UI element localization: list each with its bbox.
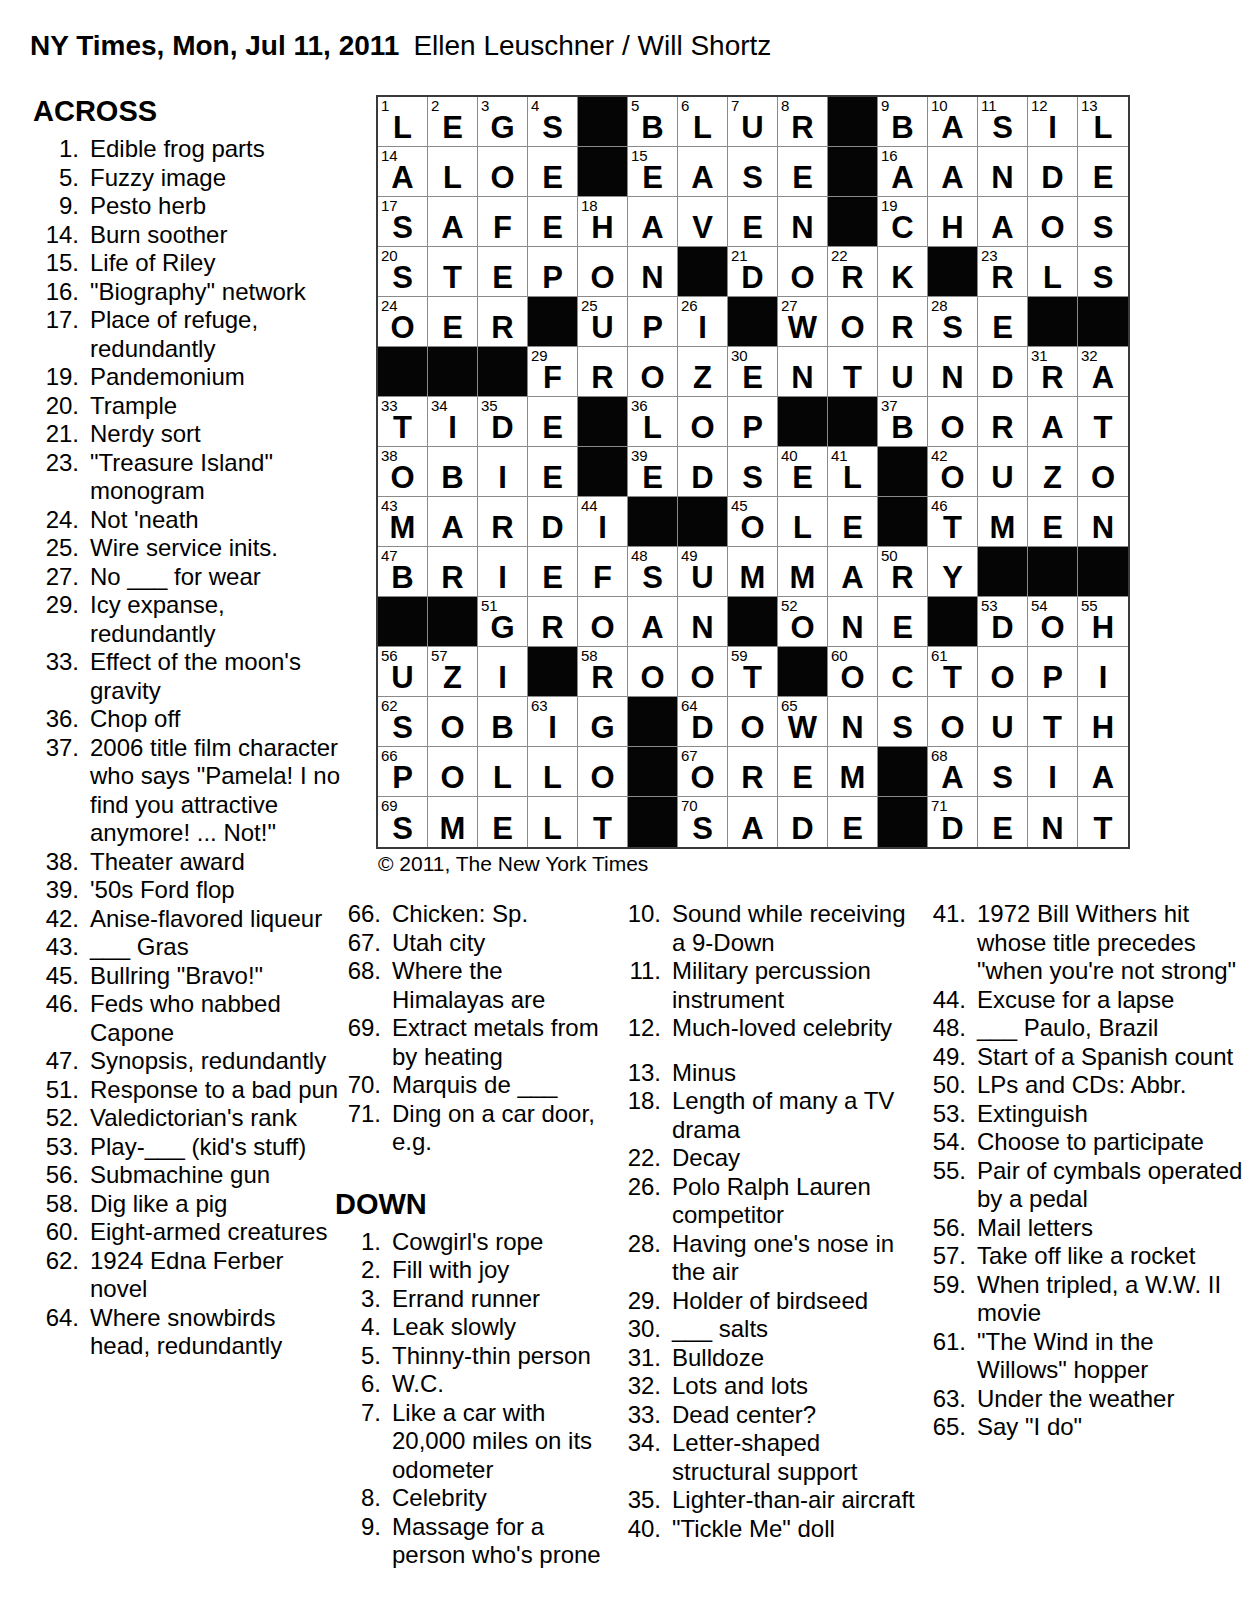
cell-letter: B xyxy=(428,462,477,493)
cell-letter: A xyxy=(978,212,1027,243)
grid-cell[interactable]: A xyxy=(628,597,678,647)
grid-cell[interactable]: 28S xyxy=(928,297,978,347)
cell-letter: R xyxy=(778,112,827,143)
grid-cell[interactable]: P xyxy=(728,397,778,447)
grid-cell[interactable]: 32A xyxy=(1078,347,1128,397)
clue-number: 8. xyxy=(335,1484,381,1513)
clue-number: 50. xyxy=(920,1071,966,1100)
clue-text: Eight-armed creatures xyxy=(90,1218,341,1247)
cell-letter: M xyxy=(828,762,877,793)
grid-cell[interactable]: O xyxy=(1078,447,1128,497)
cell-letter: O xyxy=(778,262,827,293)
grid-cell[interactable]: A xyxy=(428,497,478,547)
grid-cell[interactable]: 40E xyxy=(778,447,828,497)
cell-letter: U xyxy=(728,112,777,143)
clue-number: 14. xyxy=(33,221,79,250)
grid-cell[interactable]: A xyxy=(1028,397,1078,447)
grid-cell[interactable]: 16A xyxy=(878,147,928,197)
grid-cell[interactable]: S xyxy=(728,447,778,497)
grid-cell[interactable]: 8R xyxy=(778,97,828,147)
grid-cell[interactable]: E xyxy=(778,147,828,197)
grid-cell[interactable]: A xyxy=(1078,747,1128,797)
clue-text: Life of Riley xyxy=(90,249,341,278)
clue-number: 1. xyxy=(335,1228,381,1257)
clue-item: 42.Anise-flavored liqueur xyxy=(33,905,341,934)
grid-cell[interactable]: O xyxy=(628,347,678,397)
grid-cell[interactable]: 1L xyxy=(378,97,428,147)
black-cell xyxy=(878,797,928,847)
grid-cell[interactable]: 60O xyxy=(828,647,878,697)
cell-letter: R xyxy=(578,662,627,693)
grid-cell[interactable]: 59T xyxy=(728,647,778,697)
grid-cell[interactable]: N xyxy=(928,347,978,397)
grid-cell[interactable]: T xyxy=(828,347,878,397)
grid-cell[interactable]: N xyxy=(628,247,678,297)
grid-cell[interactable]: O xyxy=(478,147,528,197)
clue-number: 59. xyxy=(920,1271,966,1328)
grid-cell[interactable]: Z xyxy=(1028,447,1078,497)
grid-cell[interactable]: 37B xyxy=(878,397,928,447)
cell-letter: Z xyxy=(1028,462,1077,493)
grid-cell[interactable]: 7U xyxy=(728,97,778,147)
grid-cell[interactable]: 15E xyxy=(628,147,678,197)
grid-cell[interactable]: R xyxy=(528,597,578,647)
clue-text: Choose to participate xyxy=(977,1128,1249,1157)
grid-cell[interactable]: N xyxy=(978,147,1028,197)
grid-cell[interactable]: R xyxy=(428,547,478,597)
cell-letter: R xyxy=(528,612,577,643)
grid-cell[interactable]: Y xyxy=(928,547,978,597)
cell-letter: L xyxy=(828,462,877,493)
down-clues-10-40: 10.Sound while receiving a 9-Down11.Mili… xyxy=(615,900,920,1543)
cell-letter: D xyxy=(1028,162,1077,193)
clue-item: 33.Effect of the moon's gravity xyxy=(33,648,341,705)
cell-letter: G xyxy=(478,612,527,643)
grid-cell[interactable]: S xyxy=(1078,197,1128,247)
clue-number: 15. xyxy=(33,249,79,278)
grid-cell[interactable]: 25U xyxy=(578,297,628,347)
cell-letter: E xyxy=(528,562,577,593)
grid-cell[interactable]: 64D xyxy=(678,697,728,747)
grid-cell[interactable]: M xyxy=(728,547,778,597)
grid-cell[interactable]: O xyxy=(728,697,778,747)
grid-cell[interactable]: 36L xyxy=(628,397,678,447)
grid-cell[interactable]: I xyxy=(478,547,528,597)
grid-cell[interactable]: E xyxy=(528,397,578,447)
clue-item: 50.LPs and CDs: Abbr. xyxy=(920,1071,1249,1100)
grid-cell[interactable]: M xyxy=(778,547,828,597)
clue-item: 33.Dead center? xyxy=(615,1401,920,1430)
grid-cell[interactable]: 70S xyxy=(678,797,728,847)
clue-text: W.C. xyxy=(392,1370,615,1399)
grid-cell[interactable]: P xyxy=(628,297,678,347)
grid-cell[interactable]: S xyxy=(878,697,928,747)
grid-cell[interactable]: 21D xyxy=(728,247,778,297)
grid-cell[interactable]: 45O xyxy=(728,497,778,547)
grid-cell[interactable]: M xyxy=(978,497,1028,547)
cell-letter: E xyxy=(528,412,577,443)
black-cell xyxy=(628,747,678,797)
grid-cell[interactable]: 56U xyxy=(378,647,428,697)
clue-number: 46. xyxy=(33,990,79,1047)
grid-cell[interactable]: 63I xyxy=(528,697,578,747)
grid-cell[interactable]: L xyxy=(528,797,578,847)
grid-cell[interactable]: K xyxy=(878,247,928,297)
grid-cell[interactable]: 9B xyxy=(878,97,928,147)
cell-letter: A xyxy=(928,112,977,143)
clue-number: 66. xyxy=(335,900,381,929)
cell-letter: L xyxy=(528,762,577,793)
grid-cell[interactable]: L xyxy=(478,747,528,797)
grid-cell[interactable]: V xyxy=(678,197,728,247)
grid-cell[interactable]: B xyxy=(428,447,478,497)
grid-cell[interactable]: R xyxy=(878,297,928,347)
grid-cell[interactable]: S xyxy=(1078,247,1128,297)
clue-item: 4.Leak slowly xyxy=(335,1313,615,1342)
grid-cell[interactable]: E xyxy=(728,197,778,247)
grid-cell[interactable]: I xyxy=(1078,647,1128,697)
grid-cell[interactable]: E xyxy=(528,147,578,197)
grid-cell[interactable]: A xyxy=(628,197,678,247)
cell-letter: S xyxy=(528,112,577,143)
cell-letter: E xyxy=(728,212,777,243)
grid-cell[interactable]: 3G xyxy=(478,97,528,147)
clue-text: Sound while receiving a 9-Down xyxy=(672,900,920,957)
grid-cell[interactable]: D xyxy=(978,347,1028,397)
grid-cell[interactable]: G xyxy=(578,697,628,747)
grid-cell[interactable]: N xyxy=(1078,497,1128,547)
grid-cell[interactable]: D xyxy=(778,797,828,847)
grid-cell[interactable]: O xyxy=(678,397,728,447)
grid-cell[interactable]: L xyxy=(1028,247,1078,297)
clue-text: Place of refuge, redundantly xyxy=(90,306,341,363)
grid-cell[interactable]: 55H xyxy=(1078,597,1128,647)
clue-text: Dead center? xyxy=(672,1401,920,1430)
grid-cell[interactable]: T xyxy=(428,247,478,297)
cell-letter: B xyxy=(878,412,927,443)
grid-cell[interactable]: 38O xyxy=(378,447,428,497)
grid-cell[interactable]: 26I xyxy=(678,297,728,347)
cell-letter: N xyxy=(928,362,977,393)
cell-letter: W xyxy=(778,712,827,743)
grid-cell[interactable]: S xyxy=(978,747,1028,797)
grid-cell[interactable]: O xyxy=(778,247,828,297)
cell-letter: P xyxy=(1028,662,1077,693)
clue-text: Massage for a person who's prone xyxy=(392,1513,615,1570)
cell-letter: S xyxy=(378,813,427,844)
cell-letter: H xyxy=(578,212,627,243)
grid-cell[interactable]: 10A xyxy=(928,97,978,147)
grid-cell[interactable]: L xyxy=(778,497,828,547)
grid-cell[interactable]: N xyxy=(828,697,878,747)
grid-cell[interactable]: 43M xyxy=(378,497,428,547)
grid-cell[interactable]: A xyxy=(978,197,1028,247)
clue-text: ___ salts xyxy=(672,1315,920,1344)
cell-letter: R xyxy=(1028,362,1077,393)
grid-cell[interactable]: T xyxy=(578,797,628,847)
grid-cell[interactable]: 19C xyxy=(878,197,928,247)
grid-cell[interactable]: 44I xyxy=(578,497,628,547)
clue-item: 36.Chop off xyxy=(33,705,341,734)
clue-text: Fill with joy xyxy=(392,1256,615,1285)
cell-letter: A xyxy=(878,162,927,193)
grid-cell[interactable]: 42O xyxy=(928,447,978,497)
cell-letter: N xyxy=(828,712,877,743)
grid-cell[interactable]: 53D xyxy=(978,597,1028,647)
grid-cell[interactable]: H xyxy=(1078,697,1128,747)
grid-cell[interactable]: E xyxy=(778,747,828,797)
grid-cell[interactable]: 31R xyxy=(1028,347,1078,397)
grid-cell[interactable]: 71D xyxy=(928,797,978,847)
grid-cell[interactable]: N xyxy=(678,597,728,647)
grid-cell[interactable]: 67O xyxy=(678,747,728,797)
grid-cell[interactable]: 33T xyxy=(378,397,428,447)
grid-cell[interactable]: F xyxy=(578,547,628,597)
grid-cell[interactable]: 51G xyxy=(478,597,528,647)
cell-letter: A xyxy=(1078,762,1128,793)
grid-cell[interactable]: P xyxy=(528,247,578,297)
grid-cell[interactable]: 69S xyxy=(378,797,428,847)
grid-cell[interactable]: O xyxy=(678,647,728,697)
clue-text: Holder of birdseed xyxy=(672,1287,920,1316)
cell-letter: R xyxy=(578,362,627,393)
black-cell xyxy=(478,347,528,397)
grid-cell[interactable]: 5B xyxy=(628,97,678,147)
grid-cell[interactable]: N xyxy=(828,597,878,647)
clue-text: Decay xyxy=(672,1144,920,1173)
black-cell xyxy=(728,597,778,647)
grid-cell[interactable]: 24O xyxy=(378,297,428,347)
black-cell xyxy=(628,797,678,847)
clue-item: 29.Icy expanse, redundantly xyxy=(33,591,341,648)
grid-cell[interactable]: 30E xyxy=(728,347,778,397)
grid-cell[interactable]: M xyxy=(428,797,478,847)
clue-text: Pandemonium xyxy=(90,363,341,392)
black-cell xyxy=(578,97,628,147)
grid-cell[interactable]: O xyxy=(978,647,1028,697)
grid-cell[interactable]: R xyxy=(478,497,528,547)
grid-cell[interactable]: 57Z xyxy=(428,647,478,697)
cell-letter: E xyxy=(828,512,877,543)
grid-cell[interactable]: N xyxy=(778,347,828,397)
grid-cell[interactable]: P xyxy=(1028,647,1078,697)
grid-cell[interactable]: 17S xyxy=(378,197,428,247)
grid-cell[interactable]: 68A xyxy=(928,747,978,797)
grid-cell[interactable]: E xyxy=(528,547,578,597)
grid-cell[interactable]: E xyxy=(1028,497,1078,547)
grid-cell[interactable]: O xyxy=(578,747,628,797)
clue-text: ___ Paulo, Brazil xyxy=(977,1014,1249,1043)
grid-cell[interactable]: B xyxy=(478,697,528,747)
clue-item: 21.Nerdy sort xyxy=(33,420,341,449)
grid-cell[interactable]: 14A xyxy=(378,147,428,197)
grid-cell[interactable]: E xyxy=(528,197,578,247)
grid-cell[interactable]: 13L xyxy=(1078,97,1128,147)
grid-cell[interactable]: 2E xyxy=(428,97,478,147)
down-clues-41-65: 41.1972 Bill Withers hit whose title pre… xyxy=(920,900,1249,1442)
clue-item: 27.No ___ for wear xyxy=(33,563,341,592)
clue-text: Having one's nose in the air xyxy=(672,1230,920,1287)
cell-letter: E xyxy=(978,312,1027,343)
grid-cell[interactable]: U xyxy=(978,697,1028,747)
grid-cell[interactable]: R xyxy=(578,347,628,397)
clue-number: 53. xyxy=(920,1100,966,1129)
grid-cell[interactable]: 4S xyxy=(528,97,578,147)
cell-letter: E xyxy=(528,162,577,193)
grid-cell[interactable]: S xyxy=(728,147,778,197)
grid-cell[interactable]: E xyxy=(978,797,1028,847)
grid-cell[interactable]: 46T xyxy=(928,497,978,547)
grid-cell[interactable]: 62S xyxy=(378,697,428,747)
grid-cell[interactable]: 65W xyxy=(778,697,828,747)
clue-text: Leak slowly xyxy=(392,1313,615,1342)
clue-number: 52. xyxy=(33,1104,79,1133)
grid-cell[interactable]: D xyxy=(1028,147,1078,197)
grid-cell[interactable]: E xyxy=(978,297,1028,347)
clue-text: Cowgirl's rope xyxy=(392,1228,615,1257)
grid-cell[interactable]: R xyxy=(978,397,1028,447)
clue-number: 42. xyxy=(33,905,79,934)
grid-cell[interactable]: 20S xyxy=(378,247,428,297)
grid-cell[interactable]: D xyxy=(678,447,728,497)
grid-cell[interactable]: T xyxy=(1078,797,1128,847)
grid-cell[interactable]: C xyxy=(878,647,928,697)
clue-number: 16. xyxy=(33,278,79,307)
clue-number: 41. xyxy=(920,900,966,986)
grid-cell[interactable]: O xyxy=(428,747,478,797)
grid-cell[interactable]: E xyxy=(828,497,878,547)
black-cell xyxy=(878,447,928,497)
grid-cell[interactable]: A xyxy=(678,147,728,197)
grid-cell[interactable]: A xyxy=(828,547,878,597)
grid-cell[interactable]: 22R xyxy=(828,247,878,297)
clue-number: 56. xyxy=(920,1214,966,1243)
grid-cell[interactable]: E xyxy=(478,797,528,847)
cell-letter: U xyxy=(878,362,927,393)
grid-cell[interactable]: N xyxy=(1028,797,1078,847)
grid-cell[interactable]: T xyxy=(1078,397,1128,447)
grid-cell[interactable]: I xyxy=(478,647,528,697)
grid-cell[interactable]: M xyxy=(828,747,878,797)
clue-number: 27. xyxy=(33,563,79,592)
cell-letter: H xyxy=(928,212,977,243)
grid-cell[interactable]: E xyxy=(828,797,878,847)
black-cell xyxy=(378,597,428,647)
grid-cell[interactable]: 29F xyxy=(528,347,578,397)
grid-cell[interactable]: 27W xyxy=(778,297,828,347)
puzzle-authors: Ellen Leuschner / Will Shortz xyxy=(413,30,771,61)
cell-letter: H xyxy=(1078,712,1128,743)
clue-text: Anise-flavored liqueur xyxy=(90,905,341,934)
cell-letter: O xyxy=(578,762,627,793)
cell-letter: C xyxy=(878,662,927,693)
cell-letter: N xyxy=(978,162,1027,193)
grid-cell[interactable]: E xyxy=(528,447,578,497)
grid-cell[interactable]: O xyxy=(578,597,628,647)
clue-item: 30.___ salts xyxy=(615,1315,920,1344)
clue-number: 1. xyxy=(33,135,79,164)
grid-cell[interactable]: D xyxy=(528,497,578,547)
grid-cell[interactable]: O xyxy=(928,697,978,747)
clue-item: 11.Military percussion instrument xyxy=(615,957,920,1014)
grid-cell[interactable]: O xyxy=(578,247,628,297)
grid-cell[interactable]: 35D xyxy=(478,397,528,447)
cell-letter: S xyxy=(1078,262,1128,293)
grid-cell[interactable]: 52O xyxy=(778,597,828,647)
grid-cell[interactable]: 34I xyxy=(428,397,478,447)
grid-cell[interactable]: O xyxy=(428,697,478,747)
grid-cell[interactable]: 11S xyxy=(978,97,1028,147)
grid-cell[interactable]: L xyxy=(428,147,478,197)
clue-text: Wire service inits. xyxy=(90,534,341,563)
grid-cell[interactable]: O xyxy=(1028,197,1078,247)
grid-cell[interactable]: Z xyxy=(678,347,728,397)
grid-cell[interactable]: A xyxy=(428,197,478,247)
grid-cell[interactable]: 18H xyxy=(578,197,628,247)
cell-letter: E xyxy=(478,262,527,293)
clue-item: 67.Utah city xyxy=(335,929,615,958)
grid-cell[interactable]: N xyxy=(778,197,828,247)
grid-cell[interactable]: E xyxy=(878,597,928,647)
grid-cell[interactable]: 47B xyxy=(378,547,428,597)
grid-cell[interactable]: O xyxy=(628,647,678,697)
grid-cell[interactable]: 61T xyxy=(928,647,978,697)
grid-cell[interactable]: R xyxy=(478,297,528,347)
clue-text: Length of many a TV drama xyxy=(672,1087,920,1144)
grid-cell[interactable]: 12I xyxy=(1028,97,1078,147)
black-cell xyxy=(578,397,628,447)
grid-cell[interactable]: 23R xyxy=(978,247,1028,297)
grid-cell[interactable]: R xyxy=(728,747,778,797)
grid-cell[interactable]: A xyxy=(728,797,778,847)
grid-cell[interactable]: 48S xyxy=(628,547,678,597)
cell-letter: A xyxy=(378,162,427,193)
grid-cell[interactable]: O xyxy=(928,397,978,447)
grid-cell[interactable]: L xyxy=(528,747,578,797)
grid-cell[interactable]: H xyxy=(928,197,978,247)
grid-cell[interactable]: O xyxy=(828,297,878,347)
grid-cell[interactable]: F xyxy=(478,197,528,247)
grid-cell[interactable]: E xyxy=(1078,147,1128,197)
cell-letter: S xyxy=(1078,212,1128,243)
grid-cell[interactable]: T xyxy=(1028,697,1078,747)
grid-cell[interactable]: 58R xyxy=(578,647,628,697)
clue-text: Chop off xyxy=(90,705,341,734)
lower-clue-area: 66.Chicken: Sp.67.Utah city68.Where the … xyxy=(335,900,1249,1570)
clue-item: 28.Having one's nose in the air xyxy=(615,1230,920,1287)
grid-cell[interactable]: 54O xyxy=(1028,597,1078,647)
grid-cell[interactable]: I xyxy=(478,447,528,497)
clue-number: 19. xyxy=(33,363,79,392)
grid-cell[interactable]: 6L xyxy=(678,97,728,147)
grid-cell[interactable]: 41L xyxy=(828,447,878,497)
grid-cell[interactable]: A xyxy=(928,147,978,197)
grid-cell[interactable]: U xyxy=(978,447,1028,497)
cell-letter: A xyxy=(928,162,977,193)
grid-cell[interactable]: I xyxy=(1028,747,1078,797)
grid-cell[interactable]: U xyxy=(878,347,928,397)
cell-letter: E xyxy=(778,462,827,493)
grid-cell[interactable]: 66P xyxy=(378,747,428,797)
grid-cell[interactable]: E xyxy=(428,297,478,347)
grid-cell[interactable]: 39E xyxy=(628,447,678,497)
grid-cell[interactable]: E xyxy=(478,247,528,297)
grid-cell[interactable]: 50R xyxy=(878,547,928,597)
crossword-grid: 1L2E3G4S5B6L7U8R9B10A11S12I13L14ALOE15EA… xyxy=(376,95,1130,849)
grid-cell[interactable]: 49U xyxy=(678,547,728,597)
clue-number: 44. xyxy=(920,986,966,1015)
clue-text: Bulldoze xyxy=(672,1344,920,1373)
